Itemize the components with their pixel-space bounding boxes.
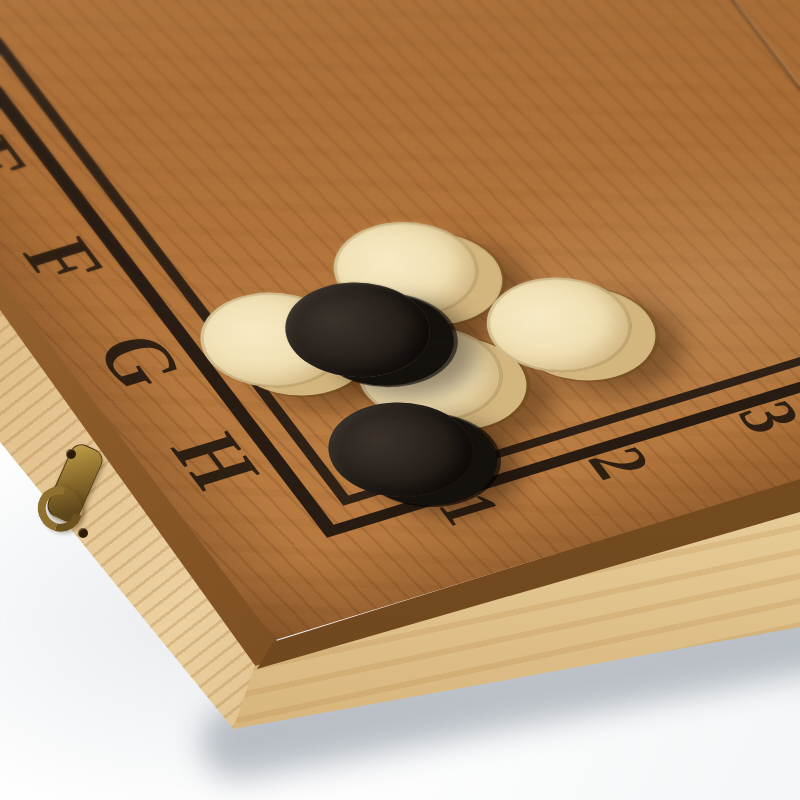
brass-latch[interactable] [34, 440, 124, 555]
photo-stage: EFGH123 [0, 0, 800, 800]
latch-screw [78, 528, 88, 538]
latch-screw [66, 449, 76, 459]
